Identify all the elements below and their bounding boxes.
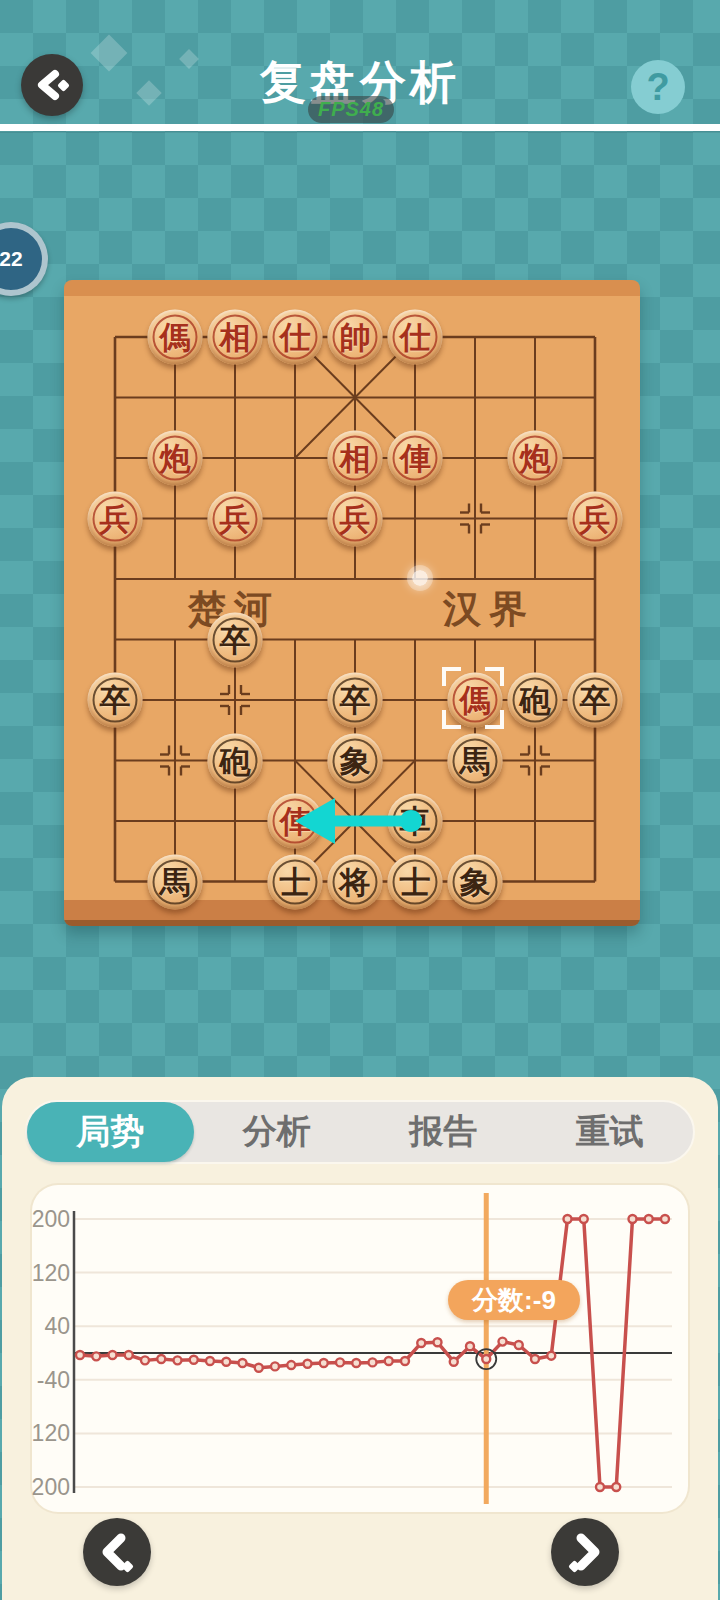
red-piece-炮[interactable]: 炮 — [148, 431, 203, 486]
red-piece-仕[interactable]: 仕 — [268, 310, 323, 365]
black-piece-馬[interactable]: 馬 — [148, 854, 203, 909]
black-piece-卒[interactable]: 卒 — [88, 673, 143, 728]
red-piece-傌[interactable]: 傌 — [148, 310, 203, 365]
piece-character: 馬 — [460, 745, 491, 776]
piece-character: 俥 — [400, 443, 431, 474]
piece-character: 兵 — [220, 503, 251, 534]
black-piece-車[interactable]: 車 — [388, 794, 443, 849]
piece-character: 兵 — [340, 503, 371, 534]
river-label-right: 汉界 — [443, 584, 535, 635]
chevron-right-icon — [551, 1518, 619, 1586]
svg-text:-200: -200 — [32, 1474, 70, 1500]
black-piece-卒[interactable]: 卒 — [208, 612, 263, 667]
black-piece-士[interactable]: 士 — [388, 854, 443, 909]
help-button[interactable]: ? — [631, 60, 685, 114]
red-piece-俥[interactable]: 俥 — [388, 431, 443, 486]
selection-bracket — [442, 710, 461, 729]
xiangqi-board[interactable]: 楚河 汉界 傌相仕帥仕炮相俥炮兵兵兵兵傌俥卒卒卒砲卒砲象馬車馬士将士象 — [64, 280, 640, 926]
next-move-button[interactable] — [551, 1518, 619, 1586]
black-piece-象[interactable]: 象 — [448, 854, 503, 909]
tab-analysis[interactable]: 分析 — [194, 1102, 361, 1162]
tab-report[interactable]: 报告 — [360, 1102, 527, 1162]
piece-character: 相 — [340, 443, 371, 474]
piece-character: 士 — [280, 866, 311, 897]
fps-badge: FPS48 — [308, 96, 394, 123]
piece-character: 士 — [400, 866, 431, 897]
tab-bar: 局势分析报告重试 — [25, 1100, 695, 1164]
piece-character: 卒 — [580, 685, 611, 716]
piece-character: 馬 — [160, 866, 191, 897]
svg-text:-120: -120 — [32, 1420, 70, 1446]
tab-retry[interactable]: 重试 — [527, 1102, 694, 1162]
red-piece-相[interactable]: 相 — [328, 431, 383, 486]
question-icon: ? — [646, 66, 669, 109]
piece-character: 車 — [400, 806, 431, 837]
chevron-left-icon — [83, 1518, 151, 1586]
piece-character: 相 — [220, 322, 251, 353]
piece-character: 仕 — [400, 322, 431, 353]
piece-character: 砲 — [220, 745, 251, 776]
piece-character: 象 — [340, 745, 371, 776]
red-piece-相[interactable]: 相 — [208, 310, 263, 365]
piece-character: 兵 — [100, 503, 131, 534]
selection-bracket — [485, 710, 504, 729]
tab-situation[interactable]: 局势 — [27, 1102, 194, 1162]
piece-character: 卒 — [100, 685, 131, 716]
evaluation-chart-card: 20012040-40-120-200 分数:-9 — [32, 1185, 688, 1512]
back-chevron-icon — [21, 54, 83, 116]
red-piece-兵[interactable]: 兵 — [88, 491, 143, 546]
score-tooltip: 分数:-9 — [448, 1280, 580, 1320]
red-piece-仕[interactable]: 仕 — [388, 310, 443, 365]
red-piece-兵[interactable]: 兵 — [208, 491, 263, 546]
piece-character: 卒 — [220, 624, 251, 655]
piece-character: 炮 — [520, 443, 551, 474]
black-piece-馬[interactable]: 馬 — [448, 733, 503, 788]
back-button[interactable] — [21, 54, 83, 116]
black-piece-象[interactable]: 象 — [328, 733, 383, 788]
evaluation-chart[interactable]: 20012040-40-120-200 — [32, 1185, 688, 1512]
piece-character: 仕 — [280, 322, 311, 353]
piece-character: 象 — [460, 866, 491, 897]
svg-text:200: 200 — [32, 1206, 70, 1232]
black-piece-士[interactable]: 士 — [268, 854, 323, 909]
piece-character: 俥 — [280, 806, 311, 837]
svg-text:40: 40 — [44, 1313, 70, 1339]
red-piece-炮[interactable]: 炮 — [508, 431, 563, 486]
piece-character: 傌 — [160, 322, 191, 353]
red-piece-兵[interactable]: 兵 — [568, 491, 623, 546]
piece-character: 炮 — [160, 443, 191, 474]
black-piece-砲[interactable]: 砲 — [208, 733, 263, 788]
piece-character: 砲 — [520, 685, 551, 716]
board-grid-lines — [64, 280, 640, 926]
piece-character: 兵 — [580, 503, 611, 534]
svg-text:-40: -40 — [37, 1367, 70, 1393]
red-piece-帥[interactable]: 帥 — [328, 310, 383, 365]
black-piece-将[interactable]: 将 — [328, 854, 383, 909]
piece-character: 卒 — [340, 685, 371, 716]
red-piece-兵[interactable]: 兵 — [328, 491, 383, 546]
svg-text:120: 120 — [32, 1260, 70, 1286]
black-piece-砲[interactable]: 砲 — [508, 673, 563, 728]
header-divider — [0, 124, 720, 131]
piece-character: 将 — [340, 866, 371, 897]
sparkle-effect — [412, 570, 428, 586]
black-piece-卒[interactable]: 卒 — [568, 673, 623, 728]
timer-badge[interactable]: 22 — [0, 222, 48, 296]
previous-move-button[interactable] — [83, 1518, 151, 1586]
selection-bracket — [442, 667, 461, 686]
piece-character: 帥 — [340, 322, 371, 353]
red-piece-俥[interactable]: 俥 — [268, 794, 323, 849]
black-piece-卒[interactable]: 卒 — [328, 673, 383, 728]
selection-bracket — [485, 667, 504, 686]
